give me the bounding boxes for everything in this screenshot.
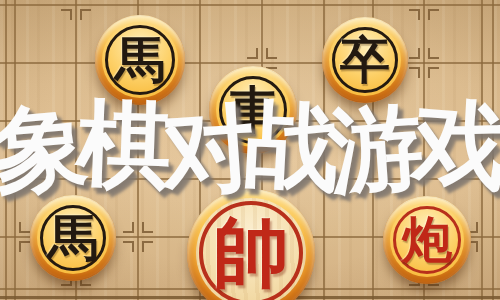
point-marker-corner (142, 222, 153, 233)
point-marker-corner (428, 67, 439, 78)
piece-glyph: 馬 (115, 35, 165, 85)
piece-black-chariot-center[interactable]: 車 (209, 66, 297, 154)
point-marker-corner (428, 9, 439, 20)
grid-line-horizontal (0, 178, 500, 180)
piece-face: 馬 (102, 22, 178, 98)
piece-face: 炮 (390, 203, 464, 277)
point-marker-corner (409, 48, 420, 59)
grid-line-vertical (14, 0, 16, 300)
point-marker-corner (142, 241, 153, 252)
piece-glyph: 卒 (340, 35, 390, 85)
piece-black-soldier-top-right[interactable]: 卒 (322, 17, 408, 103)
piece-glyph: 炮 (402, 215, 452, 265)
grid-line-horizontal (0, 4, 500, 6)
grid-line-horizontal (0, 62, 500, 64)
grid-line-vertical (492, 0, 494, 300)
piece-face: 卒 (329, 24, 401, 96)
piece-face: 帥 (196, 198, 306, 300)
piece-face: 車 (216, 73, 290, 147)
point-marker-corner (428, 48, 439, 59)
point-marker-corner (409, 67, 420, 78)
point-marker-corner (80, 9, 91, 20)
point-marker-corner (266, 48, 277, 59)
piece-red-cannon-bottom-right[interactable]: 炮 (383, 196, 471, 284)
grid-line-vertical (481, 0, 483, 300)
point-marker-corner (123, 222, 134, 233)
xiangqi-splash-screen: 馬 卒 車 馬 帥 炮 象 棋 对 战 游 戏 (0, 0, 500, 300)
piece-glyph: 車 (228, 85, 278, 135)
piece-glyph: 馬 (48, 213, 98, 263)
point-marker-corner (61, 9, 72, 20)
piece-black-horse-top-left[interactable]: 馬 (95, 15, 185, 105)
grid-line-vertical (5, 0, 7, 300)
piece-glyph: 帥 (213, 215, 289, 291)
point-marker-corner (19, 241, 30, 252)
piece-red-general-bottom-center[interactable]: 帥 (187, 189, 315, 300)
point-marker-corner (409, 9, 420, 20)
piece-black-horse-bottom-left[interactable]: 馬 (30, 195, 116, 281)
point-marker-corner (19, 222, 30, 233)
point-marker-corner (123, 241, 134, 252)
title-char: 游 (326, 99, 426, 199)
piece-face: 馬 (37, 202, 109, 274)
point-marker-corner (247, 48, 258, 59)
